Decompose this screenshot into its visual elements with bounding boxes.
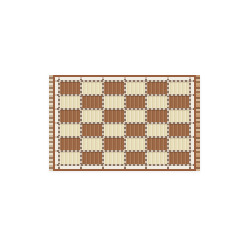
board-square-brown xyxy=(126,124,146,136)
board-square-brown xyxy=(104,82,124,94)
board-square-brown xyxy=(60,110,80,122)
board-square-cream xyxy=(169,138,189,150)
board-square-cream xyxy=(169,110,189,122)
board-square-brown xyxy=(126,152,146,164)
board-square-cream xyxy=(104,124,124,136)
board xyxy=(55,77,194,169)
grid-band-horizontal xyxy=(55,164,194,166)
board-square-brown xyxy=(82,152,102,164)
board-square-cream xyxy=(82,138,102,150)
board-square-brown xyxy=(60,138,80,150)
board-square-brown xyxy=(169,124,189,136)
board-square-brown xyxy=(147,110,167,122)
rug-body xyxy=(53,75,196,171)
fringe-right xyxy=(196,75,200,171)
board-square-cream xyxy=(126,138,146,150)
chessboard-rug xyxy=(49,75,200,171)
board-square-cream xyxy=(104,152,124,164)
board-square-cream xyxy=(82,82,102,94)
board-square-brown xyxy=(82,96,102,108)
board-square-cream xyxy=(126,82,146,94)
board-square-brown xyxy=(169,96,189,108)
board-square-cream xyxy=(60,124,80,136)
board-square-brown xyxy=(104,138,124,150)
board-square-cream xyxy=(169,82,189,94)
board-square-brown xyxy=(104,110,124,122)
board-square-brown xyxy=(126,96,146,108)
board-square-cream xyxy=(147,96,167,108)
board-square-cream xyxy=(82,110,102,122)
board-square-cream xyxy=(60,96,80,108)
board-square-cream xyxy=(104,96,124,108)
board-square-brown xyxy=(147,138,167,150)
board-square-brown xyxy=(82,124,102,136)
board-square-brown xyxy=(169,152,189,164)
product-photo xyxy=(0,0,250,250)
board-square-cream xyxy=(126,110,146,122)
board-square-cream xyxy=(147,152,167,164)
board-square-brown xyxy=(147,82,167,94)
board-square-cream xyxy=(60,152,80,164)
board-square-cream xyxy=(147,124,167,136)
board-square-brown xyxy=(60,82,80,94)
